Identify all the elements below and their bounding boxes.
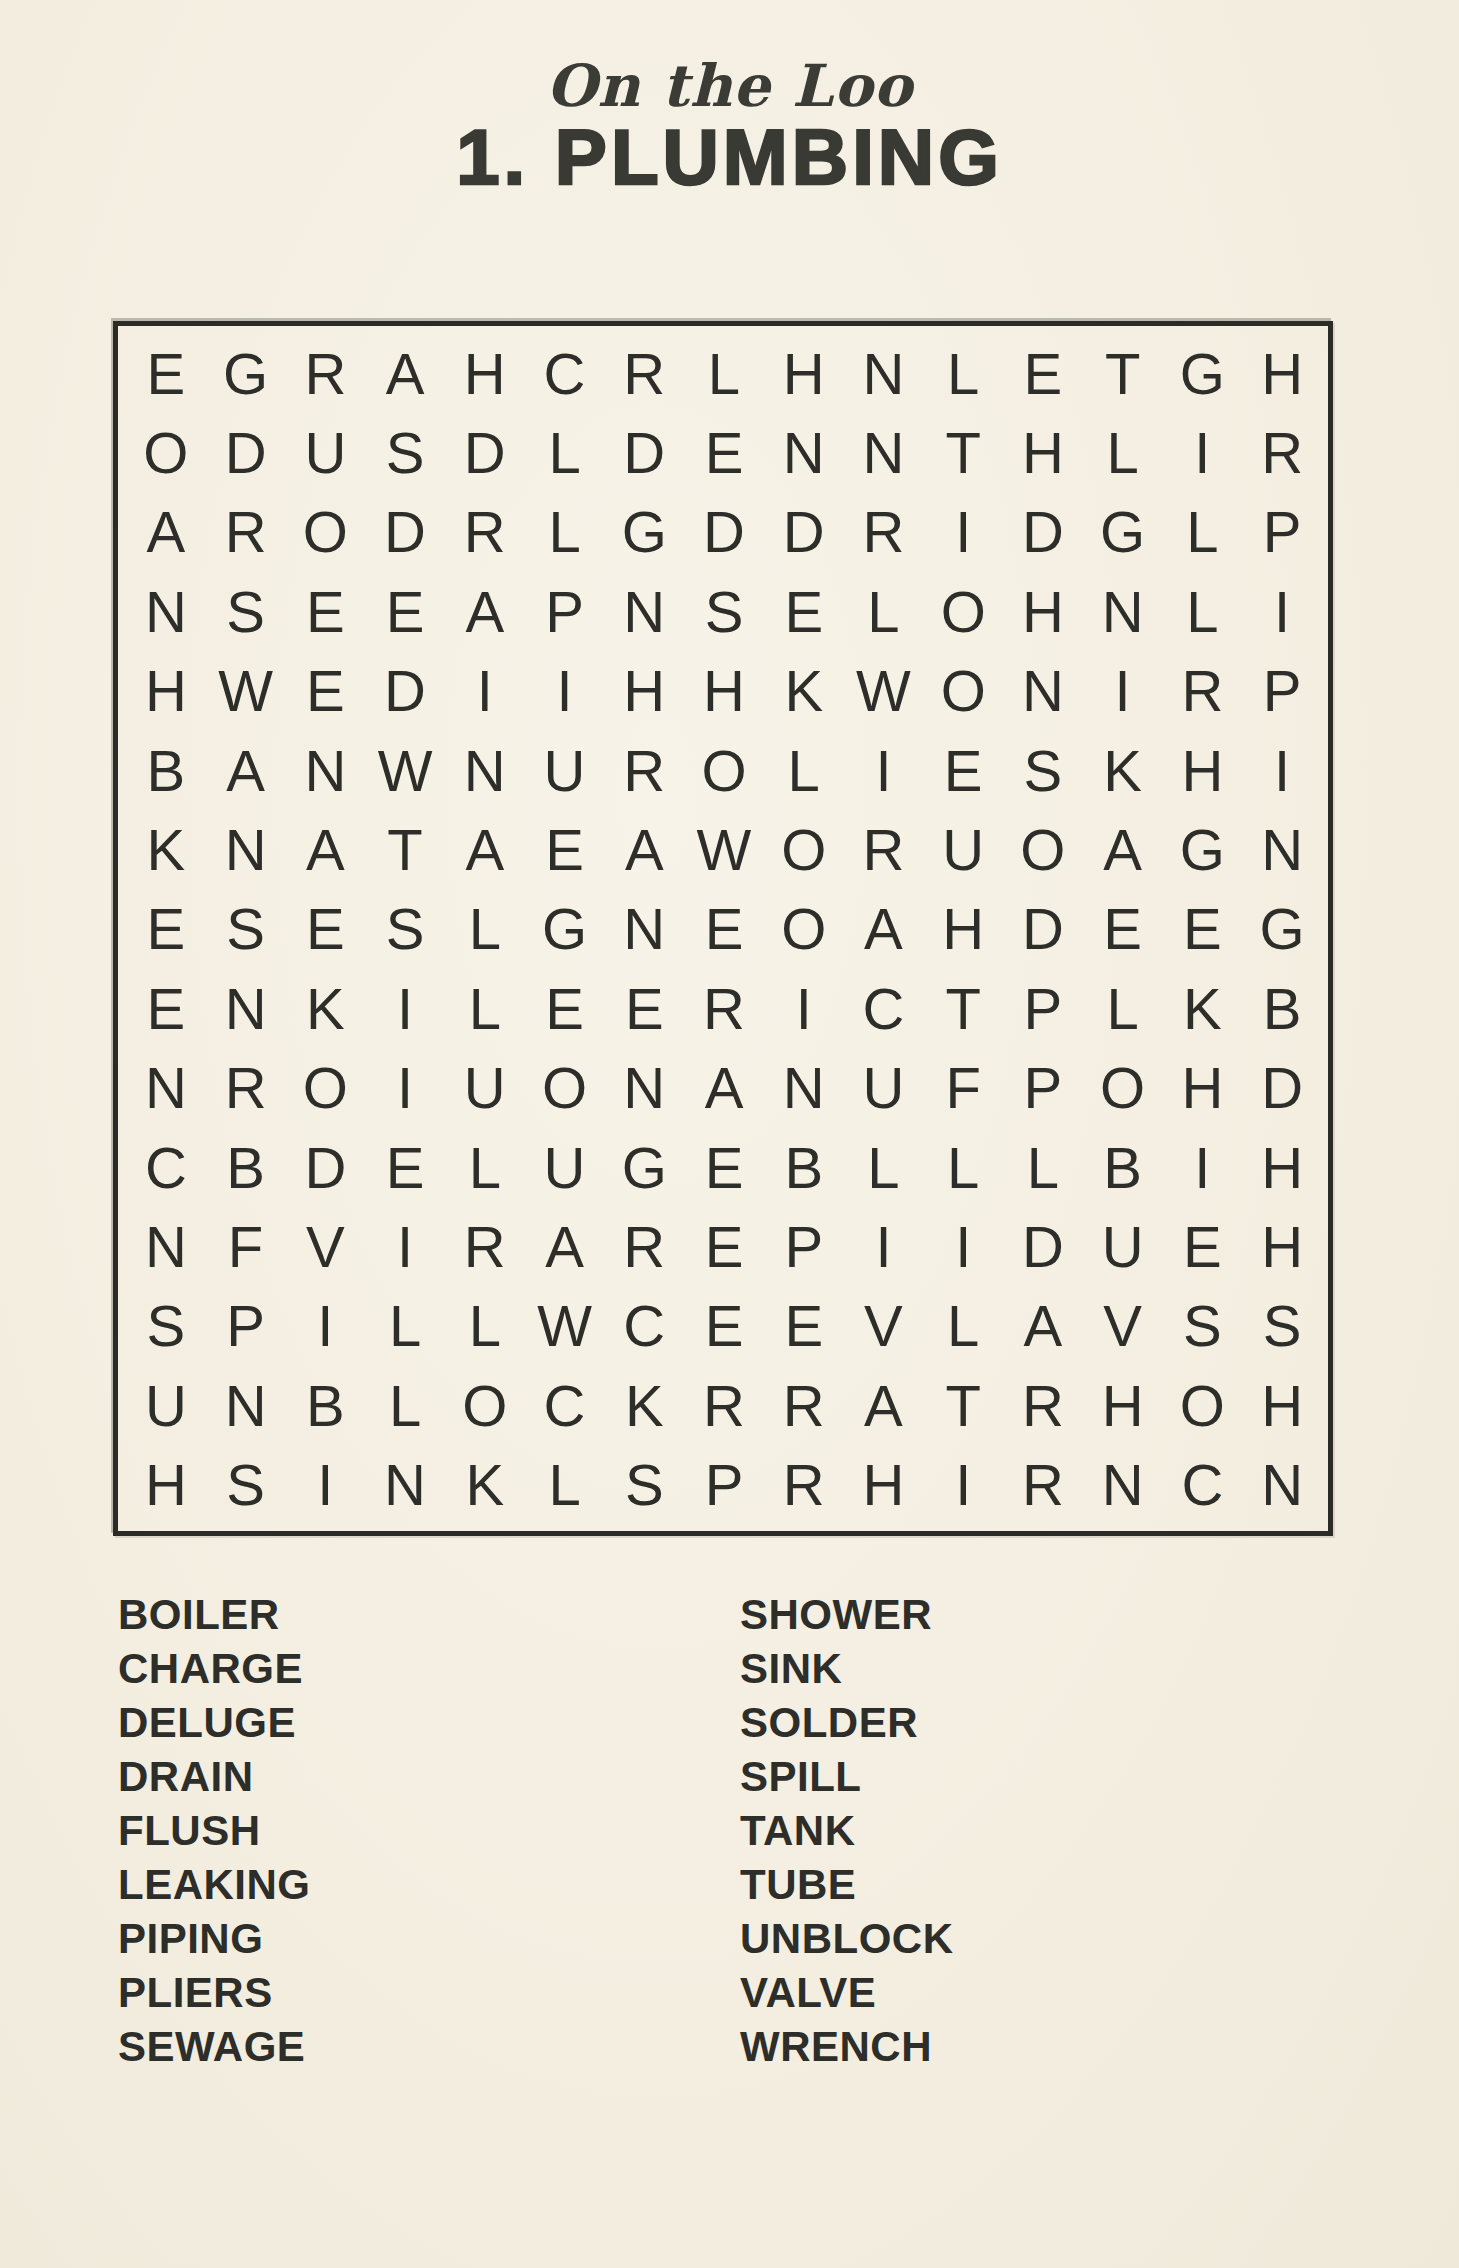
grid-cell[interactable]: P [684, 1446, 764, 1525]
grid-cell[interactable]: R [206, 493, 286, 572]
grid-cell[interactable]: L [1163, 493, 1243, 572]
grid-cell[interactable]: U [1083, 1207, 1163, 1286]
grid-cell[interactable]: D [285, 1128, 365, 1207]
grid-cell[interactable]: I [365, 1049, 445, 1128]
grid-cell[interactable]: L [1083, 413, 1163, 492]
grid-cell[interactable]: H [1163, 731, 1243, 810]
grid-cell[interactable]: D [365, 493, 445, 572]
grid-cell[interactable]: I [1242, 572, 1322, 651]
grid-cell[interactable]: I [445, 652, 525, 731]
puzzle-title: 1. PLUMBING [0, 112, 1459, 203]
grid-cell[interactable]: L [1003, 1128, 1083, 1207]
grid-cell[interactable]: S [206, 572, 286, 651]
grid-cell[interactable]: A [1003, 1287, 1083, 1366]
grid-cell[interactable]: R [206, 1049, 286, 1128]
grid-cell[interactable]: H [1163, 1049, 1243, 1128]
grid-cell[interactable]: L [445, 890, 525, 969]
grid-cell[interactable]: R [844, 810, 924, 889]
grid-cell[interactable]: B [1242, 969, 1322, 1048]
grid-cell[interactable]: S [206, 1446, 286, 1525]
grid-cell[interactable]: N [764, 413, 844, 492]
grid-cell[interactable]: R [1003, 1366, 1083, 1445]
grid-cell[interactable]: L [525, 493, 605, 572]
grid-cell[interactable]: K [1163, 969, 1243, 1048]
grid-cell[interactable]: K [126, 810, 206, 889]
word-list-item[interactable]: TANK [740, 1804, 953, 1858]
grid-cell[interactable]: K [604, 1366, 684, 1445]
grid-cell[interactable]: E [126, 969, 206, 1048]
grid-cell[interactable]: U [525, 1128, 605, 1207]
grid-cell[interactable]: N [764, 1049, 844, 1128]
grid-cell[interactable]: N [365, 1446, 445, 1525]
grid-cell[interactable]: L [684, 334, 764, 413]
grid-cell[interactable]: E [764, 572, 844, 651]
grid-cell[interactable]: O [1163, 1366, 1243, 1445]
grid-cell[interactable]: I [844, 1207, 924, 1286]
grid-cell[interactable]: E [126, 334, 206, 413]
word-list-item[interactable]: UNBLOCK [740, 1912, 953, 1966]
grid-cell[interactable]: H [445, 334, 525, 413]
grid-cell[interactable]: H [604, 652, 684, 731]
grid-cell[interactable]: H [126, 652, 206, 731]
grid-cell[interactable]: N [1083, 1446, 1163, 1525]
word-list-item[interactable]: DRAIN [118, 1750, 311, 1804]
grid-cell[interactable]: O [923, 652, 1003, 731]
grid-cell[interactable]: T [923, 413, 1003, 492]
word-list-item[interactable]: SHOWER [740, 1588, 953, 1642]
grid-cell[interactable]: L [525, 1446, 605, 1525]
grid-cell[interactable]: I [285, 1446, 365, 1525]
grid-cell[interactable]: H [1242, 334, 1322, 413]
grid-cell[interactable]: B [1083, 1128, 1163, 1207]
grid-cell[interactable]: D [206, 413, 286, 492]
word-list-item[interactable]: BOILER [118, 1588, 311, 1642]
grid-cell[interactable]: B [126, 731, 206, 810]
grid-cell[interactable]: U [285, 413, 365, 492]
grid-cell[interactable]: I [923, 1446, 1003, 1525]
grid-cell[interactable]: O [525, 1049, 605, 1128]
grid-cell[interactable]: E [285, 890, 365, 969]
grid-cell[interactable]: R [604, 1207, 684, 1286]
grid-cell[interactable]: P [206, 1287, 286, 1366]
grid-cell[interactable]: G [604, 1128, 684, 1207]
grid-cell[interactable]: A [126, 493, 206, 572]
grid-cell[interactable]: K [445, 1446, 525, 1525]
grid-cell[interactable]: P [1003, 969, 1083, 1048]
grid-cell[interactable]: I [365, 1207, 445, 1286]
grid-cell[interactable]: S [684, 572, 764, 651]
grid-cell[interactable]: L [923, 1128, 1003, 1207]
grid-cell[interactable]: R [445, 1207, 525, 1286]
grid-cell[interactable]: D [764, 493, 844, 572]
grid-cell[interactable]: I [365, 969, 445, 1048]
word-list-item[interactable]: DELUGE [118, 1696, 311, 1750]
word-list-item[interactable]: VALVE [740, 1966, 953, 2020]
grid-cell[interactable]: D [365, 652, 445, 731]
grid-cell[interactable]: A [844, 1366, 924, 1445]
grid-cell[interactable]: U [445, 1049, 525, 1128]
grid-cell[interactable]: N [844, 334, 924, 413]
word-list-item[interactable]: SPILL [740, 1750, 953, 1804]
grid-cell[interactable]: E [365, 572, 445, 651]
grid-cell[interactable]: A [206, 731, 286, 810]
grid-cell[interactable]: S [1242, 1287, 1322, 1366]
grid-cell[interactable]: N [126, 1207, 206, 1286]
grid-cell[interactable]: O [684, 731, 764, 810]
grid-cell[interactable]: G [525, 890, 605, 969]
grid-cell[interactable]: E [684, 1128, 764, 1207]
grid-cell[interactable]: V [285, 1207, 365, 1286]
grid-cell[interactable]: A [1083, 810, 1163, 889]
grid-cell[interactable]: R [764, 1446, 844, 1525]
grid-cell[interactable]: N [604, 572, 684, 651]
grid-cell[interactable]: N [1242, 1446, 1322, 1525]
grid-cell[interactable]: N [604, 1049, 684, 1128]
grid-cell[interactable]: R [684, 1366, 764, 1445]
grid-cell[interactable]: D [445, 413, 525, 492]
grid-cell[interactable]: A [365, 334, 445, 413]
grid-cell[interactable]: G [1163, 810, 1243, 889]
grid-cell[interactable]: A [525, 1207, 605, 1286]
grid-cell[interactable]: E [285, 652, 365, 731]
grid-cell[interactable]: H [923, 890, 1003, 969]
grid-cell[interactable]: N [445, 731, 525, 810]
grid-cell[interactable]: N [206, 810, 286, 889]
grid-cell[interactable]: E [1163, 1207, 1243, 1286]
grid-cell[interactable]: E [1003, 334, 1083, 413]
grid-cell[interactable]: R [604, 731, 684, 810]
grid-cell[interactable]: R [445, 493, 525, 572]
word-list-right: SHOWERSINKSOLDERSPILLTANKTUBEUNBLOCKVALV… [740, 1588, 953, 2074]
grid-cell[interactable]: C [604, 1287, 684, 1366]
grid-cell[interactable]: E [525, 969, 605, 1048]
grid-cell[interactable]: I [764, 969, 844, 1048]
grid-cell[interactable]: D [604, 413, 684, 492]
grid-cell[interactable]: S [126, 1287, 206, 1366]
grid-cell[interactable]: O [764, 890, 844, 969]
grid-cell[interactable]: N [844, 413, 924, 492]
grid-cell[interactable]: T [923, 1366, 1003, 1445]
grid-cell[interactable]: F [206, 1207, 286, 1286]
grid-cell[interactable]: N [285, 731, 365, 810]
grid-cell[interactable]: B [764, 1128, 844, 1207]
grid-cell[interactable]: R [604, 334, 684, 413]
grid-cell[interactable]: S [365, 890, 445, 969]
grid-cell[interactable]: C [525, 334, 605, 413]
grid-cell[interactable]: R [844, 493, 924, 572]
grid-cell[interactable]: H [1003, 413, 1083, 492]
grid-cell[interactable]: L [445, 1128, 525, 1207]
grid-cell[interactable]: P [1242, 493, 1322, 572]
grid-cell[interactable]: E [604, 969, 684, 1048]
grid-cell[interactable]: A [844, 890, 924, 969]
series-title: On the Loo [0, 52, 1459, 120]
grid-cell[interactable]: U [525, 731, 605, 810]
grid-cell[interactable]: E [1083, 890, 1163, 969]
grid-cell[interactable]: I [1083, 652, 1163, 731]
grid-cell[interactable]: S [604, 1446, 684, 1525]
grid-cell[interactable]: L [365, 1366, 445, 1445]
grid-cell[interactable]: V [1083, 1287, 1163, 1366]
grid-cell[interactable]: I [844, 731, 924, 810]
grid-cell[interactable]: A [445, 810, 525, 889]
grid-cell[interactable]: L [844, 1128, 924, 1207]
grid-cell[interactable]: L [445, 1287, 525, 1366]
grid-cell[interactable]: H [684, 652, 764, 731]
word-list-item[interactable]: WRENCH [740, 2020, 953, 2074]
word-list-item[interactable]: SINK [740, 1642, 953, 1696]
word-list-item[interactable]: SEWAGE [118, 2020, 311, 2074]
word-list-item[interactable]: FLUSH [118, 1804, 311, 1858]
grid-cell[interactable]: L [365, 1287, 445, 1366]
grid-cell[interactable]: L [844, 572, 924, 651]
grid-cell[interactable]: G [1242, 890, 1322, 969]
grid-cell[interactable]: H [1242, 1207, 1322, 1286]
grid-cell[interactable]: I [285, 1287, 365, 1366]
grid-cell[interactable]: D [684, 493, 764, 572]
grid-cell[interactable]: P [1003, 1049, 1083, 1128]
grid-cell[interactable]: E [126, 890, 206, 969]
grid-cell[interactable]: G [206, 334, 286, 413]
grid-cell[interactable]: E [684, 890, 764, 969]
grid-cell[interactable]: C [1163, 1446, 1243, 1525]
grid-cell[interactable]: W [206, 652, 286, 731]
grid-cell[interactable]: F [923, 1049, 1003, 1128]
grid-cell[interactable]: P [764, 1207, 844, 1286]
grid-cell[interactable]: O [923, 572, 1003, 651]
grid-cell[interactable]: H [844, 1446, 924, 1525]
grid-cell[interactable]: I [1242, 731, 1322, 810]
grid-cell[interactable]: N [126, 572, 206, 651]
grid-cell[interactable]: O [445, 1366, 525, 1445]
grid-cell[interactable]: R [1242, 413, 1322, 492]
grid-cell[interactable]: O [285, 493, 365, 572]
word-list-item[interactable]: SOLDER [740, 1696, 953, 1750]
grid-cell[interactable]: E [365, 1128, 445, 1207]
word-list-left: BOILERCHARGEDELUGEDRAINFLUSHLEAKINGPIPIN… [118, 1588, 311, 2074]
grid-cell[interactable]: R [764, 1366, 844, 1445]
grid-cell[interactable]: L [923, 1287, 1003, 1366]
grid-cell[interactable]: O [1003, 810, 1083, 889]
grid-cell[interactable]: E [764, 1287, 844, 1366]
grid-cell[interactable]: W [365, 731, 445, 810]
grid-cell[interactable]: O [1083, 1049, 1163, 1128]
grid-cell[interactable]: S [206, 890, 286, 969]
grid-cell[interactable]: E [684, 413, 764, 492]
grid-cell[interactable]: N [1242, 810, 1322, 889]
grid-cell[interactable]: E [525, 810, 605, 889]
grid-cell[interactable]: S [1003, 731, 1083, 810]
grid-cell[interactable]: A [604, 810, 684, 889]
grid-cell[interactable]: R [684, 969, 764, 1048]
grid-cell[interactable]: U [923, 810, 1003, 889]
grid-cell[interactable]: D [1242, 1049, 1322, 1128]
grid-cell[interactable]: I [525, 652, 605, 731]
grid-cell[interactable]: H [1242, 1366, 1322, 1445]
word-list-item[interactable]: PIPING [118, 1912, 311, 1966]
grid-cell[interactable]: I [923, 1207, 1003, 1286]
grid-cell[interactable]: L [1163, 572, 1243, 651]
grid-cell[interactable]: O [285, 1049, 365, 1128]
grid-cell[interactable]: K [285, 969, 365, 1048]
grid-cell[interactable]: E [684, 1207, 764, 1286]
grid-cell[interactable]: L [445, 969, 525, 1048]
word-list-item[interactable]: LEAKING [118, 1858, 311, 1912]
grid-cell[interactable]: N [1083, 572, 1163, 651]
grid-cell[interactable]: D [1003, 493, 1083, 572]
grid-cell[interactable]: I [923, 493, 1003, 572]
grid-cell[interactable]: B [206, 1128, 286, 1207]
grid-cell[interactable]: B [285, 1366, 365, 1445]
grid-cell[interactable]: R [285, 334, 365, 413]
grid-cell[interactable]: W [844, 652, 924, 731]
grid-cell[interactable]: I [1163, 413, 1243, 492]
grid-cell[interactable]: L [764, 731, 844, 810]
grid-cell[interactable]: G [1083, 493, 1163, 572]
grid-cell[interactable]: N [604, 890, 684, 969]
grid-cell[interactable]: O [126, 413, 206, 492]
grid-cell[interactable]: I [1163, 1128, 1243, 1207]
grid-cell[interactable]: N [1003, 652, 1083, 731]
grid-cell[interactable]: C [525, 1366, 605, 1445]
grid-cell[interactable]: K [1083, 731, 1163, 810]
grid-cell[interactable]: W [525, 1287, 605, 1366]
grid-cell[interactable]: R [1163, 652, 1243, 731]
word-list-item[interactable]: CHARGE [118, 1642, 311, 1696]
word-search-grid: EGRAHCRLHNLETGHODUSDLDENNTHLIRARODRLGDDR… [113, 321, 1333, 1536]
grid-cell[interactable]: E [923, 731, 1003, 810]
grid-cell[interactable]: T [1083, 334, 1163, 413]
grid-cell[interactable]: P [1242, 652, 1322, 731]
grid-cell[interactable]: O [764, 810, 844, 889]
grid-cell[interactable]: H [1242, 1128, 1322, 1207]
grid-cell[interactable]: U [844, 1049, 924, 1128]
grid-cell[interactable]: G [1163, 334, 1243, 413]
word-list-item[interactable]: PLIERS [118, 1966, 311, 2020]
grid-cell[interactable]: N [206, 1366, 286, 1445]
grid-cell[interactable]: H [1003, 572, 1083, 651]
grid-cell[interactable]: H [126, 1446, 206, 1525]
grid-cell[interactable]: H [764, 334, 844, 413]
grid-cell[interactable]: V [844, 1287, 924, 1366]
grid-cell[interactable]: P [525, 572, 605, 651]
grid-cell[interactable]: E [684, 1287, 764, 1366]
grid-cell[interactable]: E [285, 572, 365, 651]
grid-cell[interactable]: R [1003, 1446, 1083, 1525]
grid-cell[interactable]: N [206, 969, 286, 1048]
grid-cell[interactable]: U [126, 1366, 206, 1445]
grid-cell[interactable]: L [923, 334, 1003, 413]
grid-cell[interactable]: C [126, 1128, 206, 1207]
grid-cell[interactable]: S [1163, 1287, 1243, 1366]
grid-cell[interactable]: S [365, 413, 445, 492]
grid-cell[interactable]: H [1083, 1366, 1163, 1445]
grid-cell[interactable]: C [844, 969, 924, 1048]
grid-cell[interactable]: T [923, 969, 1003, 1048]
grid-cell[interactable]: A [285, 810, 365, 889]
puzzle-page: On the Loo 1. PLUMBING EGRAHCRLHNLETGHOD… [0, 0, 1459, 2268]
grid-cell[interactable]: W [684, 810, 764, 889]
grid-cell[interactable]: D [1003, 1207, 1083, 1286]
grid-cell[interactable]: T [365, 810, 445, 889]
grid-cell[interactable]: D [1003, 890, 1083, 969]
grid-cell[interactable]: G [604, 493, 684, 572]
grid-cell[interactable]: A [445, 572, 525, 651]
grid-cell[interactable]: A [684, 1049, 764, 1128]
grid-cell[interactable]: E [1163, 890, 1243, 969]
grid-cell[interactable]: N [126, 1049, 206, 1128]
grid-cell[interactable]: L [1083, 969, 1163, 1048]
grid-cell[interactable]: L [525, 413, 605, 492]
word-list-item[interactable]: TUBE [740, 1858, 953, 1912]
grid-cell[interactable]: K [764, 652, 844, 731]
